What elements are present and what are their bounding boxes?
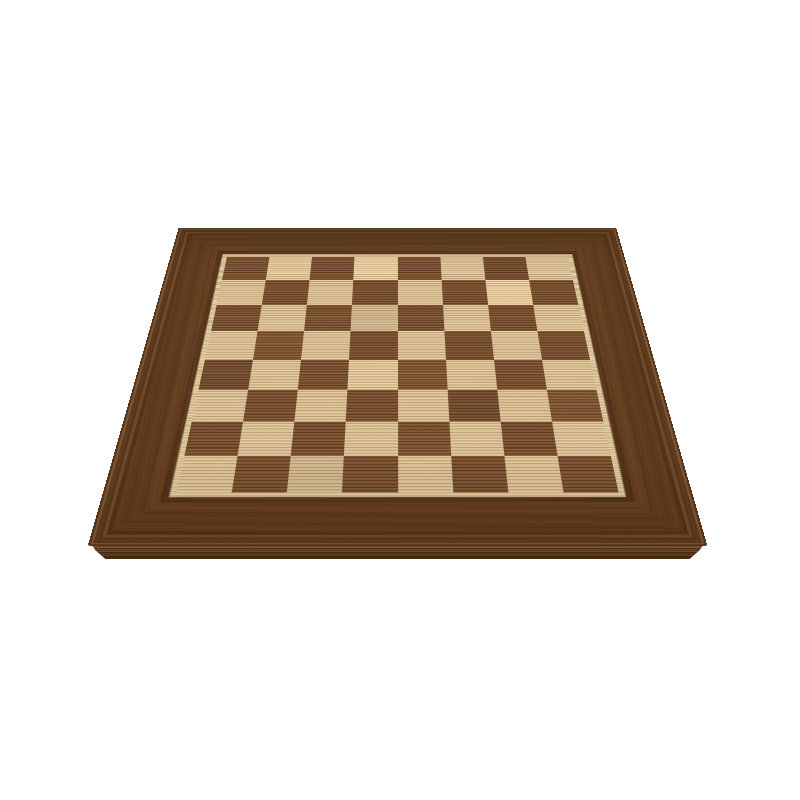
square-d4: [349, 331, 397, 359]
square-a4: [205, 331, 258, 359]
square-f1: [440, 256, 485, 279]
square-a3: [211, 305, 262, 331]
board-grid: [176, 256, 618, 492]
square-f2: [441, 280, 488, 305]
board-inner-border: [168, 254, 626, 497]
square-c8: [286, 455, 343, 492]
square-h4: [537, 331, 590, 359]
square-f5: [445, 359, 496, 389]
square-b3: [257, 305, 306, 331]
square-g4: [490, 331, 541, 359]
product-photo-background: [0, 0, 800, 800]
square-e1: [397, 256, 441, 279]
square-c7: [290, 421, 345, 455]
square-c1: [309, 256, 354, 279]
square-c5: [298, 359, 349, 389]
square-d8: [342, 455, 397, 492]
square-a5: [198, 359, 253, 389]
square-h5: [541, 359, 596, 389]
square-d1: [353, 256, 397, 279]
square-a6: [191, 389, 248, 421]
square-e3: [397, 305, 444, 331]
square-h3: [533, 305, 584, 331]
square-e2: [397, 280, 442, 305]
square-g2: [485, 280, 533, 305]
square-c4: [301, 331, 351, 359]
square-b2: [261, 280, 309, 305]
square-h1: [525, 256, 573, 279]
square-d5: [347, 359, 397, 389]
square-f4: [444, 331, 494, 359]
square-d3: [350, 305, 397, 331]
square-b8: [231, 455, 290, 492]
square-h7: [551, 421, 610, 455]
square-a1: [222, 256, 270, 279]
square-e4: [397, 331, 445, 359]
square-a7: [184, 421, 243, 455]
square-d2: [352, 280, 397, 305]
square-c6: [294, 389, 347, 421]
square-f6: [447, 389, 500, 421]
square-e5: [397, 359, 447, 389]
square-c3: [304, 305, 352, 331]
square-h6: [546, 389, 603, 421]
square-f3: [442, 305, 490, 331]
square-e8: [397, 455, 452, 492]
square-d6: [346, 389, 397, 421]
square-c2: [307, 280, 354, 305]
square-f7: [448, 421, 503, 455]
square-f8: [450, 455, 507, 492]
square-e7: [397, 421, 450, 455]
square-g6: [496, 389, 551, 421]
square-a2: [216, 280, 265, 305]
square-g3: [487, 305, 536, 331]
square-g5: [493, 359, 546, 389]
square-b5: [248, 359, 301, 389]
square-g7: [500, 421, 557, 455]
square-g1: [482, 256, 528, 279]
square-a8: [176, 455, 237, 492]
square-h2: [529, 280, 578, 305]
square-b1: [265, 256, 311, 279]
square-h8: [557, 455, 618, 492]
chess-board: [87, 227, 707, 545]
square-b4: [253, 331, 304, 359]
square-d7: [344, 421, 397, 455]
square-b7: [237, 421, 294, 455]
square-b6: [243, 389, 298, 421]
square-e6: [397, 389, 448, 421]
square-g8: [504, 455, 563, 492]
